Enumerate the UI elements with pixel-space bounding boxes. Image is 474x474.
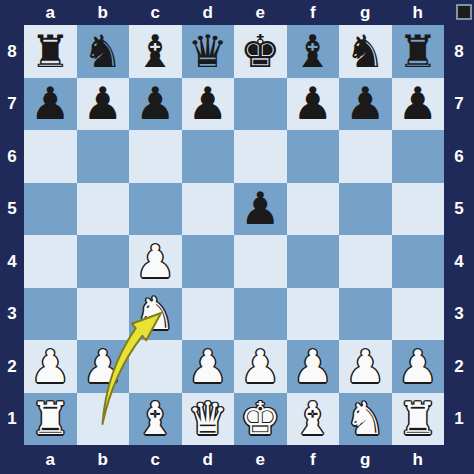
black-pawn-e5: ♟: [240, 186, 280, 231]
square-b7[interactable]: ♟: [77, 78, 130, 131]
square-f3[interactable]: [287, 288, 340, 341]
square-b4[interactable]: [77, 235, 130, 288]
square-g6[interactable]: [339, 130, 392, 183]
file-label-c: c: [151, 451, 160, 468]
square-g1[interactable]: ♞: [339, 393, 392, 446]
square-a8[interactable]: ♜: [24, 25, 77, 78]
square-g4[interactable]: [339, 235, 392, 288]
square-g3[interactable]: [339, 288, 392, 341]
rank-labels-right: 87654321: [444, 25, 474, 445]
black-queen-d8: ♛: [188, 29, 228, 74]
square-b5[interactable]: [77, 183, 130, 236]
rank-label-7: 7: [454, 95, 463, 112]
white-pawn-d2: ♟: [188, 344, 228, 389]
square-a1[interactable]: ♜: [24, 393, 77, 446]
square-e8[interactable]: ♚: [234, 25, 287, 78]
file-label-b: b: [98, 4, 108, 21]
square-d1[interactable]: ♛: [182, 393, 235, 446]
board: ♜♞♝♛♚♝♞♜♟♟♟♟♟♟♟♟♟♞♟♟♟♟♟♟♟♜♝♛♚♝♞♜: [24, 25, 444, 445]
file-label-c: c: [151, 4, 160, 21]
file-label-a: a: [46, 4, 55, 21]
square-h6[interactable]: [392, 130, 445, 183]
white-pawn-c4: ♟: [135, 239, 175, 284]
square-d6[interactable]: [182, 130, 235, 183]
file-label-e: e: [256, 451, 265, 468]
white-bishop-c1: ♝: [135, 396, 175, 441]
black-pawn-g7: ♟: [345, 81, 385, 126]
black-pawn-c7: ♟: [135, 81, 175, 126]
square-c6[interactable]: [129, 130, 182, 183]
black-bishop-c8: ♝: [135, 29, 175, 74]
file-label-b: b: [98, 451, 108, 468]
square-f1[interactable]: ♝: [287, 393, 340, 446]
file-labels-bottom: abcdefgh: [24, 445, 444, 474]
frame-corner-bottom-right: [444, 445, 474, 474]
white-rook-a1: ♜: [30, 396, 70, 441]
file-label-g: g: [360, 4, 370, 21]
square-e1[interactable]: ♚: [234, 393, 287, 446]
file-label-d: d: [203, 4, 213, 21]
square-b1[interactable]: [77, 393, 130, 446]
square-f7[interactable]: ♟: [287, 78, 340, 131]
rank-label-2: 2: [7, 358, 16, 375]
square-b6[interactable]: [77, 130, 130, 183]
frame-corner-top-left: [0, 0, 24, 25]
rank-label-1: 1: [7, 410, 16, 427]
square-c3[interactable]: ♞: [129, 288, 182, 341]
white-king-e1: ♚: [240, 396, 280, 441]
rank-label-4: 4: [7, 253, 16, 270]
square-g2[interactable]: ♟: [339, 340, 392, 393]
square-c4[interactable]: ♟: [129, 235, 182, 288]
square-f4[interactable]: [287, 235, 340, 288]
black-rook-a8: ♜: [30, 29, 70, 74]
rank-label-4: 4: [454, 253, 463, 270]
white-pawn-b2: ♟: [83, 344, 123, 389]
white-pawn-e2: ♟: [240, 344, 280, 389]
file-label-e: e: [256, 4, 265, 21]
black-pawn-b7: ♟: [83, 81, 123, 126]
white-rook-h1: ♜: [398, 396, 438, 441]
black-king-e8: ♚: [240, 29, 280, 74]
square-a4[interactable]: [24, 235, 77, 288]
square-c8[interactable]: ♝: [129, 25, 182, 78]
black-bishop-f8: ♝: [293, 29, 333, 74]
board-area: ♜♞♝♛♚♝♞♜♟♟♟♟♟♟♟♟♟♞♟♟♟♟♟♟♟♜♝♛♚♝♞♜: [24, 25, 444, 445]
white-pawn-h2: ♟: [398, 344, 438, 389]
black-knight-g8: ♞: [345, 29, 385, 74]
rank-label-2: 2: [454, 358, 463, 375]
square-d2[interactable]: ♟: [182, 340, 235, 393]
rank-label-5: 5: [454, 200, 463, 217]
rank-label-3: 3: [454, 305, 463, 322]
square-e3[interactable]: [234, 288, 287, 341]
rank-label-1: 1: [454, 410, 463, 427]
square-a2[interactable]: ♟: [24, 340, 77, 393]
square-e6[interactable]: [234, 130, 287, 183]
square-f5[interactable]: [287, 183, 340, 236]
square-d5[interactable]: [182, 183, 235, 236]
white-knight-g1: ♞: [345, 396, 385, 441]
square-g8[interactable]: ♞: [339, 25, 392, 78]
black-pawn-h7: ♟: [398, 81, 438, 126]
file-label-f: f: [310, 4, 316, 21]
black-rook-h8: ♜: [398, 29, 438, 74]
square-a3[interactable]: [24, 288, 77, 341]
file-label-h: h: [413, 451, 423, 468]
square-a5[interactable]: [24, 183, 77, 236]
square-b3[interactable]: [77, 288, 130, 341]
rank-label-8: 8: [7, 43, 16, 60]
rank-label-5: 5: [7, 200, 16, 217]
file-label-a: a: [46, 451, 55, 468]
square-f8[interactable]: ♝: [287, 25, 340, 78]
square-e7[interactable]: [234, 78, 287, 131]
frame-corner-top-right: [444, 0, 474, 25]
white-bishop-f1: ♝: [293, 396, 333, 441]
frame-corner-bottom-left: [0, 445, 24, 474]
square-f2[interactable]: ♟: [287, 340, 340, 393]
square-h7[interactable]: ♟: [392, 78, 445, 131]
square-c2[interactable]: [129, 340, 182, 393]
square-b2[interactable]: ♟: [77, 340, 130, 393]
rank-label-7: 7: [7, 95, 16, 112]
chess-diagram: abcdefgh 87654321 ♜♞♝♛♚♝♞♜♟♟♟♟♟♟♟♟♟♞♟♟♟♟…: [0, 0, 474, 474]
square-e5[interactable]: ♟: [234, 183, 287, 236]
square-d8[interactable]: ♛: [182, 25, 235, 78]
square-h8[interactable]: ♜: [392, 25, 445, 78]
white-knight-c3: ♞: [135, 291, 175, 336]
rank-label-8: 8: [454, 43, 463, 60]
square-a6[interactable]: [24, 130, 77, 183]
square-c1[interactable]: ♝: [129, 393, 182, 446]
file-label-f: f: [310, 451, 316, 468]
white-pawn-g2: ♟: [345, 344, 385, 389]
file-labels-top: abcdefgh: [24, 0, 444, 25]
rank-label-6: 6: [7, 148, 16, 165]
square-g7[interactable]: ♟: [339, 78, 392, 131]
black-knight-b8: ♞: [83, 29, 123, 74]
square-h2[interactable]: ♟: [392, 340, 445, 393]
square-c7[interactable]: ♟: [129, 78, 182, 131]
square-e2[interactable]: ♟: [234, 340, 287, 393]
square-c5[interactable]: [129, 183, 182, 236]
square-b8[interactable]: ♞: [77, 25, 130, 78]
white-pawn-a2: ♟: [30, 344, 70, 389]
file-label-h: h: [413, 4, 423, 21]
square-d3[interactable]: [182, 288, 235, 341]
square-d7[interactable]: ♟: [182, 78, 235, 131]
square-h3[interactable]: [392, 288, 445, 341]
rank-labels-left: 87654321: [0, 25, 24, 445]
square-h4[interactable]: [392, 235, 445, 288]
square-h5[interactable]: [392, 183, 445, 236]
black-to-move-indicator-icon: [456, 4, 472, 20]
square-h1[interactable]: ♜: [392, 393, 445, 446]
square-a7[interactable]: ♟: [24, 78, 77, 131]
square-f6[interactable]: [287, 130, 340, 183]
file-label-g: g: [360, 451, 370, 468]
file-label-d: d: [203, 451, 213, 468]
white-pawn-f2: ♟: [293, 344, 333, 389]
rank-label-6: 6: [454, 148, 463, 165]
square-e4[interactable]: [234, 235, 287, 288]
white-queen-d1: ♛: [188, 396, 228, 441]
rank-label-3: 3: [7, 305, 16, 322]
black-pawn-a7: ♟: [30, 81, 70, 126]
black-pawn-f7: ♟: [293, 81, 333, 126]
black-pawn-d7: ♟: [188, 81, 228, 126]
square-d4[interactable]: [182, 235, 235, 288]
square-g5[interactable]: [339, 183, 392, 236]
